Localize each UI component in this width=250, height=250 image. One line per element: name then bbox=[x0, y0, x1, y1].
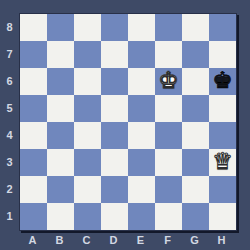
piece-white-king-f6: ♚ bbox=[158, 69, 179, 92]
rank-label-8: 8 bbox=[0, 13, 19, 40]
square-b2 bbox=[47, 176, 74, 203]
piece-white-queen-h3: ♛ bbox=[212, 150, 233, 173]
square-f1 bbox=[155, 203, 182, 230]
square-e2 bbox=[128, 176, 155, 203]
square-g7 bbox=[182, 41, 209, 68]
square-a6 bbox=[20, 68, 47, 95]
square-e5 bbox=[128, 95, 155, 122]
square-a8 bbox=[20, 14, 47, 41]
square-h3: ♛ bbox=[209, 149, 236, 176]
square-b5 bbox=[47, 95, 74, 122]
square-f6: ♚ bbox=[155, 68, 182, 95]
square-h8 bbox=[209, 14, 236, 41]
file-label-b: B bbox=[46, 230, 73, 249]
square-c4 bbox=[74, 122, 101, 149]
square-b4 bbox=[47, 122, 74, 149]
square-g8 bbox=[182, 14, 209, 41]
rank-label-2: 2 bbox=[0, 175, 19, 202]
square-g6 bbox=[182, 68, 209, 95]
square-e4 bbox=[128, 122, 155, 149]
square-e1 bbox=[128, 203, 155, 230]
square-e6 bbox=[128, 68, 155, 95]
square-h5 bbox=[209, 95, 236, 122]
square-c7 bbox=[74, 41, 101, 68]
square-e3 bbox=[128, 149, 155, 176]
square-h1 bbox=[209, 203, 236, 230]
square-a3 bbox=[20, 149, 47, 176]
square-a1 bbox=[20, 203, 47, 230]
file-label-h: H bbox=[208, 230, 235, 249]
square-d3 bbox=[101, 149, 128, 176]
rank-label-7: 7 bbox=[0, 40, 19, 67]
rank-label-4: 4 bbox=[0, 121, 19, 148]
square-d2 bbox=[101, 176, 128, 203]
file-label-d: D bbox=[100, 230, 127, 249]
square-g5 bbox=[182, 95, 209, 122]
file-label-g: G bbox=[181, 230, 208, 249]
rank-label-5: 5 bbox=[0, 94, 19, 121]
square-f2 bbox=[155, 176, 182, 203]
square-h2 bbox=[209, 176, 236, 203]
chess-diagram: 87654321 ♚♚♛ ABCDEFGH bbox=[0, 0, 250, 250]
chess-board: ♚♚♛ bbox=[19, 13, 237, 231]
square-a4 bbox=[20, 122, 47, 149]
square-c8 bbox=[74, 14, 101, 41]
square-f3 bbox=[155, 149, 182, 176]
square-a5 bbox=[20, 95, 47, 122]
rank-label-6: 6 bbox=[0, 67, 19, 94]
square-c1 bbox=[74, 203, 101, 230]
square-c5 bbox=[74, 95, 101, 122]
square-h4 bbox=[209, 122, 236, 149]
file-label-c: C bbox=[73, 230, 100, 249]
square-c3 bbox=[74, 149, 101, 176]
square-e8 bbox=[128, 14, 155, 41]
square-d8 bbox=[101, 14, 128, 41]
rank-label-3: 3 bbox=[0, 148, 19, 175]
file-labels: ABCDEFGH bbox=[19, 230, 235, 249]
square-g2 bbox=[182, 176, 209, 203]
square-f4 bbox=[155, 122, 182, 149]
square-f8 bbox=[155, 14, 182, 41]
square-d6 bbox=[101, 68, 128, 95]
square-a2 bbox=[20, 176, 47, 203]
rank-label-1: 1 bbox=[0, 202, 19, 229]
piece-black-king-h6: ♚ bbox=[212, 69, 233, 92]
square-d5 bbox=[101, 95, 128, 122]
square-d7 bbox=[101, 41, 128, 68]
square-h6: ♚ bbox=[209, 68, 236, 95]
square-d4 bbox=[101, 122, 128, 149]
file-label-a: A bbox=[19, 230, 46, 249]
square-b8 bbox=[47, 14, 74, 41]
file-label-f: F bbox=[154, 230, 181, 249]
square-b1 bbox=[47, 203, 74, 230]
square-b3 bbox=[47, 149, 74, 176]
square-f5 bbox=[155, 95, 182, 122]
square-a7 bbox=[20, 41, 47, 68]
square-d1 bbox=[101, 203, 128, 230]
square-f7 bbox=[155, 41, 182, 68]
file-label-e: E bbox=[127, 230, 154, 249]
square-g4 bbox=[182, 122, 209, 149]
square-b7 bbox=[47, 41, 74, 68]
square-g3 bbox=[182, 149, 209, 176]
square-e7 bbox=[128, 41, 155, 68]
square-c6 bbox=[74, 68, 101, 95]
rank-labels: 87654321 bbox=[0, 13, 19, 229]
square-h7 bbox=[209, 41, 236, 68]
square-g1 bbox=[182, 203, 209, 230]
square-c2 bbox=[74, 176, 101, 203]
square-b6 bbox=[47, 68, 74, 95]
